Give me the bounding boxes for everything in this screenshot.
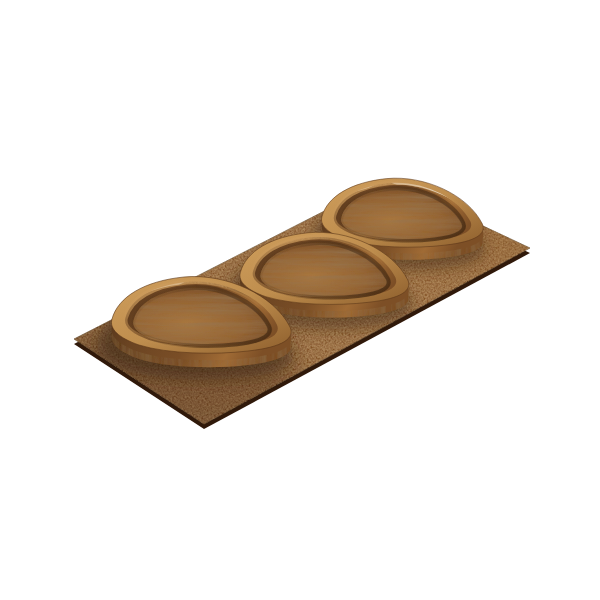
product-image — [0, 0, 600, 600]
serving-tray-render — [0, 0, 600, 600]
